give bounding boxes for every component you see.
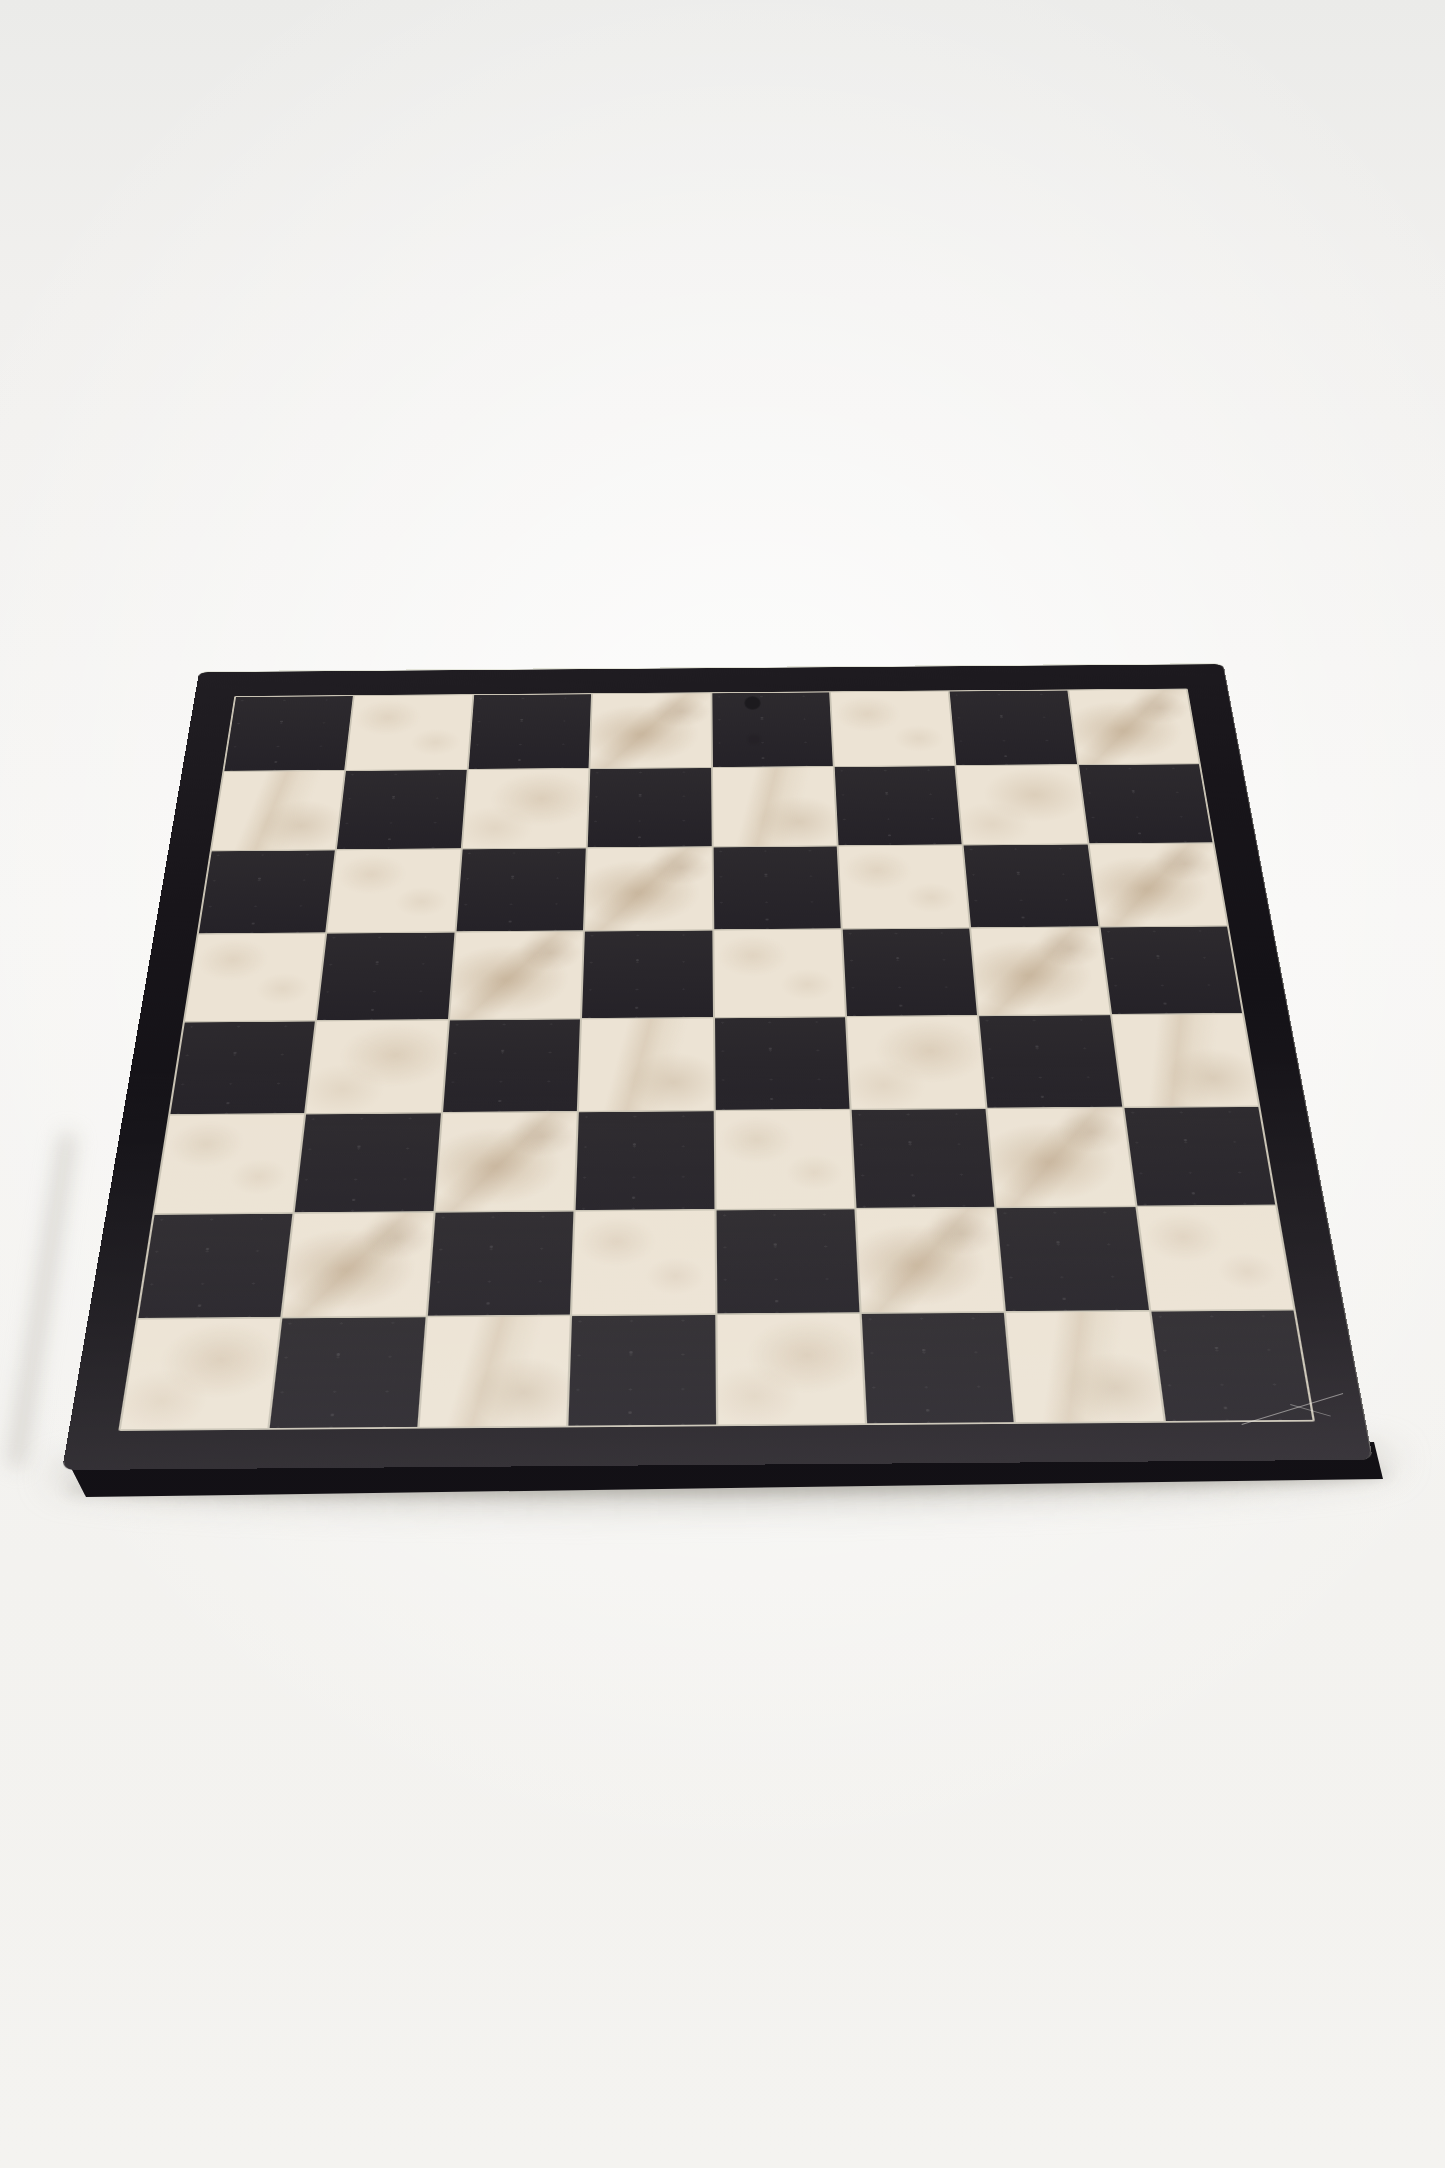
square-r3c6 [971, 927, 1109, 1015]
square-r6c6 [997, 1207, 1149, 1311]
square-r2c7 [1089, 843, 1227, 926]
square-r4c5 [847, 1016, 986, 1109]
square-r4c7 [1112, 1014, 1258, 1107]
square-r6c7 [1137, 1206, 1293, 1310]
square-r6c5 [856, 1208, 1004, 1312]
chess-board-frame [62, 663, 1373, 1470]
square-r2c1 [328, 849, 461, 932]
square-r7c4 [717, 1314, 865, 1425]
square-r3c4 [714, 929, 845, 1017]
square-r1c1 [337, 770, 466, 849]
board-scene [135, 438, 1294, 1597]
square-r0c0 [224, 696, 353, 771]
square-r5c6 [988, 1108, 1135, 1206]
square-r6c1 [283, 1212, 433, 1316]
square-r5c5 [852, 1109, 995, 1207]
square-r5c2 [435, 1113, 576, 1211]
square-r3c1 [317, 932, 454, 1020]
square-r7c3 [569, 1315, 716, 1426]
square-r1c2 [463, 769, 589, 848]
square-r4c6 [979, 1015, 1121, 1108]
square-r5c1 [295, 1114, 440, 1212]
square-r1c5 [835, 766, 962, 845]
square-r0c6 [950, 691, 1077, 766]
square-r0c1 [346, 695, 472, 770]
square-r5c7 [1124, 1107, 1275, 1205]
board-perspective-wrapper [0, 0, 1445, 2168]
square-r3c2 [450, 931, 583, 1019]
square-r7c0 [121, 1318, 281, 1429]
square-r0c4 [712, 692, 833, 767]
square-r1c3 [588, 768, 711, 847]
square-r3c5 [843, 928, 978, 1016]
square-r0c3 [590, 693, 710, 768]
square-r4c0 [170, 1021, 315, 1114]
square-r2c4 [713, 846, 840, 929]
square-r1c6 [957, 765, 1087, 844]
surface-chip-mark-faint [748, 735, 760, 744]
square-r7c2 [419, 1316, 570, 1427]
square-r2c3 [585, 847, 712, 930]
square-r5c3 [576, 1111, 714, 1209]
square-r0c2 [468, 694, 591, 769]
square-r2c0 [199, 850, 335, 933]
square-r4c1 [307, 1020, 448, 1113]
square-r7c6 [1006, 1311, 1163, 1422]
square-r7c7 [1151, 1310, 1312, 1421]
square-r7c5 [862, 1313, 1014, 1424]
board-grid [118, 689, 1315, 1431]
square-r6c2 [428, 1211, 574, 1315]
square-r0c5 [831, 692, 955, 767]
square-r3c0 [185, 933, 325, 1021]
square-r0c7 [1069, 690, 1199, 765]
photo-background [0, 0, 1445, 2168]
square-r2c6 [964, 844, 1098, 927]
square-r3c7 [1100, 926, 1242, 1013]
square-r1c7 [1079, 764, 1213, 843]
square-r2c5 [838, 845, 969, 928]
square-r6c4 [716, 1209, 859, 1313]
square-r7c1 [270, 1317, 425, 1428]
square-r1c0 [212, 771, 344, 850]
square-r2c2 [456, 848, 586, 931]
square-r4c4 [715, 1017, 850, 1110]
square-r5c0 [155, 1115, 305, 1213]
square-r1c4 [713, 767, 837, 846]
square-r6c0 [138, 1213, 292, 1317]
square-r4c3 [579, 1018, 713, 1111]
square-r4c2 [443, 1019, 580, 1112]
square-r5c4 [715, 1110, 854, 1208]
square-r6c3 [572, 1210, 714, 1314]
square-r3c3 [582, 930, 712, 1018]
surface-chip-mark [744, 696, 761, 710]
